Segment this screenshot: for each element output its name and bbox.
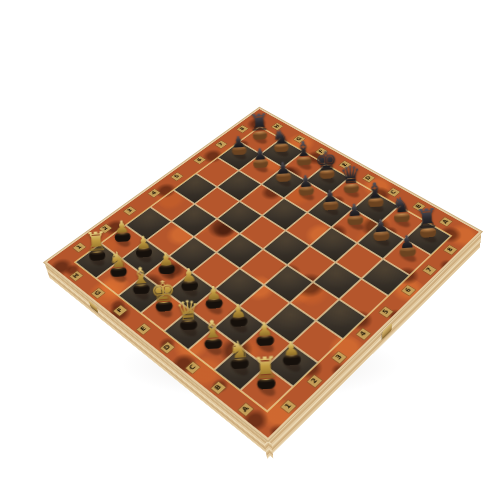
rank-label-right-6: 6 — [402, 285, 415, 295]
rank-label-left-6: 6 — [194, 156, 206, 164]
rank-label-right-4: 4 — [356, 329, 370, 340]
rook-glyph: ♜ — [246, 352, 285, 384]
rank-label-left-4: 4 — [148, 189, 160, 197]
board-scene: HGFEDCBAHGFEDCBA1234567812345678♜♞♝♛♚♝♞♜… — [44, 108, 481, 441]
file-label-near-A: A — [238, 403, 253, 416]
brass-hinge — [382, 323, 392, 340]
product-photo-stage: HGFEDCBAHGFEDCBA1234567812345678♜♞♝♛♚♝♞♜… — [0, 0, 500, 500]
piece-stand: ♟ — [389, 211, 425, 258]
rank-label-right-3: 3 — [332, 351, 346, 363]
rank-label-right-7: 7 — [423, 265, 436, 275]
file-label-near-F: F — [114, 305, 127, 316]
file-label-near-E: E — [137, 323, 151, 334]
file-label-near-H: H — [70, 271, 83, 281]
perspective-wrapper: HGFEDCBAHGFEDCBA1234567812345678♜♞♝♛♚♝♞♜… — [0, 0, 500, 500]
rank-label-right-5: 5 — [379, 307, 393, 318]
rank-label-right-1: 1 — [281, 400, 296, 413]
file-label-near-B: B — [211, 382, 225, 394]
rank-label-right-2: 2 — [307, 375, 321, 387]
rank-label-left-5: 5 — [171, 172, 183, 180]
file-label-near-C: C — [186, 362, 200, 374]
file-label-near-D: D — [161, 342, 175, 353]
brass-latch[interactable] — [89, 301, 99, 313]
piece-stand: ♜ — [245, 338, 285, 391]
pawn-glyph: ♟ — [390, 232, 424, 252]
file-label-near-G: G — [91, 288, 104, 298]
rank-label-right-8: 8 — [444, 245, 457, 255]
